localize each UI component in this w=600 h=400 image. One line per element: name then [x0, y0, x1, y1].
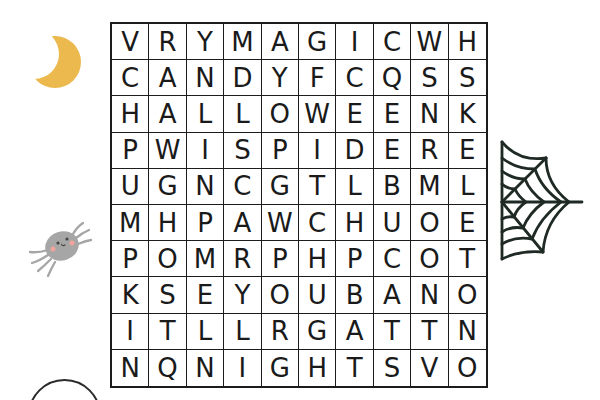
grid-cell[interactable]: T — [449, 241, 486, 277]
grid-cell[interactable]: Y — [262, 60, 299, 96]
grid-cell[interactable]: T — [411, 314, 448, 350]
grid-cell[interactable]: H — [112, 96, 149, 132]
grid-cell[interactable]: E — [187, 277, 224, 313]
grid-cell[interactable]: S — [374, 350, 411, 386]
grid-cell[interactable]: U — [299, 277, 336, 313]
grid-cell[interactable]: D — [224, 60, 261, 96]
grid-cell[interactable]: T — [374, 314, 411, 350]
grid-cell[interactable]: G — [299, 24, 336, 60]
grid-cell[interactable]: E — [374, 133, 411, 169]
grid-cell[interactable]: L — [336, 169, 373, 205]
grid-cell[interactable]: L — [187, 314, 224, 350]
grid-cell[interactable]: C — [374, 24, 411, 60]
grid-cell[interactable]: I — [336, 24, 373, 60]
grid-cell[interactable]: N — [449, 314, 486, 350]
grid-cell[interactable]: N — [187, 350, 224, 386]
grid-cell[interactable]: O — [262, 277, 299, 313]
crescent-moon-icon — [29, 33, 81, 91]
grid-cell[interactable]: L — [224, 314, 261, 350]
grid-cell[interactable]: A — [262, 24, 299, 60]
grid-cell[interactable]: O — [449, 277, 486, 313]
grid-cell[interactable]: A — [149, 96, 186, 132]
grid-cell[interactable]: M — [187, 241, 224, 277]
grid-cell[interactable]: P — [187, 205, 224, 241]
grid-cell[interactable]: R — [149, 24, 186, 60]
worksheet-page: VRYMAGICWHCANDYFCQSSHALLOWEENKPWISPIDERE… — [0, 0, 600, 400]
grid-cell[interactable]: H — [299, 241, 336, 277]
grid-cell[interactable]: M — [224, 24, 261, 60]
grid-cell[interactable]: P — [112, 133, 149, 169]
grid-cell[interactable]: R — [262, 314, 299, 350]
grid-cell[interactable]: C — [374, 241, 411, 277]
grid-cell[interactable]: A — [374, 277, 411, 313]
grid-cell[interactable]: M — [112, 205, 149, 241]
grid-cell[interactable]: V — [112, 24, 149, 60]
grid-cell[interactable]: O — [149, 241, 186, 277]
grid-cell[interactable]: O — [262, 96, 299, 132]
grid-cell[interactable]: E — [374, 96, 411, 132]
grid-cell[interactable]: S — [149, 277, 186, 313]
grid-cell[interactable]: E — [449, 133, 486, 169]
grid-cell[interactable]: L — [449, 169, 486, 205]
grid-cell[interactable]: D — [336, 133, 373, 169]
partial-circle-decoration — [28, 379, 101, 400]
grid-cell[interactable]: R — [411, 133, 448, 169]
grid-cell[interactable]: O — [411, 205, 448, 241]
grid-cell[interactable]: H — [149, 205, 186, 241]
grid-cell[interactable]: G — [149, 169, 186, 205]
grid-cell[interactable]: W — [262, 205, 299, 241]
grid-cell[interactable]: W — [149, 133, 186, 169]
grid-cell[interactable]: E — [449, 205, 486, 241]
grid-cell[interactable]: I — [299, 133, 336, 169]
grid-cell[interactable]: H — [449, 24, 486, 60]
grid-cell[interactable]: C — [336, 60, 373, 96]
grid-cell[interactable]: A — [336, 314, 373, 350]
grid-cell[interactable]: Q — [149, 350, 186, 386]
grid-cell[interactable]: P — [262, 133, 299, 169]
grid-cell[interactable]: C — [112, 60, 149, 96]
grid-cell[interactable]: L — [187, 96, 224, 132]
word-search-grid: VRYMAGICWHCANDYFCQSSHALLOWEENKPWISPIDERE… — [110, 22, 488, 388]
spider-icon — [28, 216, 92, 278]
grid-cell[interactable]: I — [112, 314, 149, 350]
grid-cell[interactable]: C — [299, 205, 336, 241]
grid-cell[interactable]: O — [411, 241, 448, 277]
grid-cell[interactable]: B — [336, 277, 373, 313]
grid-cell[interactable]: N — [187, 60, 224, 96]
grid-cell[interactable]: U — [112, 169, 149, 205]
grid-cell[interactable]: K — [112, 277, 149, 313]
grid-cell[interactable]: Q — [374, 60, 411, 96]
grid-cell[interactable]: O — [449, 350, 486, 386]
grid-cell[interactable]: U — [374, 205, 411, 241]
grid-cell[interactable]: G — [262, 350, 299, 386]
grid-cell[interactable]: E — [336, 96, 373, 132]
grid-cell[interactable]: P — [336, 241, 373, 277]
grid-cell[interactable]: W — [299, 96, 336, 132]
grid-cell[interactable]: P — [112, 241, 149, 277]
grid-cell[interactable]: M — [411, 169, 448, 205]
grid-cell[interactable]: N — [187, 169, 224, 205]
grid-cell[interactable]: B — [374, 169, 411, 205]
grid-cell[interactable]: H — [299, 350, 336, 386]
grid-cell[interactable]: A — [224, 205, 261, 241]
grid-cell[interactable]: L — [224, 96, 261, 132]
grid-cell[interactable]: W — [411, 24, 448, 60]
grid-cell[interactable]: V — [411, 350, 448, 386]
grid-cell[interactable]: Y — [224, 277, 261, 313]
grid-cell[interactable]: T — [336, 350, 373, 386]
grid-cell[interactable]: T — [299, 169, 336, 205]
grid-cell[interactable]: S — [411, 60, 448, 96]
grid-cell[interactable]: I — [224, 350, 261, 386]
grid-cell[interactable]: R — [224, 241, 261, 277]
grid-cell[interactable]: A — [149, 60, 186, 96]
grid-cell[interactable]: F — [299, 60, 336, 96]
grid-cell[interactable]: K — [449, 96, 486, 132]
grid-cell[interactable]: S — [224, 133, 261, 169]
grid-cell[interactable]: N — [411, 96, 448, 132]
grid-cell[interactable]: P — [262, 241, 299, 277]
grid-cell[interactable]: N — [411, 277, 448, 313]
spider-web-icon — [492, 140, 584, 262]
grid-cell[interactable]: G — [299, 314, 336, 350]
grid-cell[interactable]: C — [224, 169, 261, 205]
grid-cell[interactable]: Y — [187, 24, 224, 60]
grid-cell[interactable]: G — [262, 169, 299, 205]
grid-cell[interactable]: I — [187, 133, 224, 169]
grid-cell[interactable]: S — [449, 60, 486, 96]
grid-cell[interactable]: N — [112, 350, 149, 386]
grid-cell[interactable]: H — [336, 205, 373, 241]
grid-cell[interactable]: T — [149, 314, 186, 350]
